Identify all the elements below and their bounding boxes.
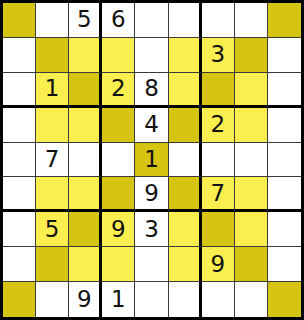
sudoku-cell-r6c9[interactable]	[268, 177, 301, 212]
sudoku-cell-r3c9[interactable]	[268, 73, 301, 108]
sudoku-cell-r7c6[interactable]	[169, 212, 202, 247]
sudoku-cell-r4c8[interactable]	[235, 108, 268, 143]
sudoku-cell-r5c7[interactable]	[202, 143, 235, 178]
sudoku-cell-r4c2[interactable]	[36, 108, 69, 143]
sudoku-cell-r4c7[interactable]: 2	[202, 108, 235, 143]
sudoku-cell-r8c8[interactable]	[235, 247, 268, 282]
sudoku-cell-r5c9[interactable]	[268, 143, 301, 178]
sudoku-cell-r5c6[interactable]	[169, 143, 202, 178]
sudoku-cell-r2c5[interactable]	[135, 38, 168, 73]
sudoku-cell-r6c4[interactable]	[102, 177, 135, 212]
sudoku-cell-r2c2[interactable]	[36, 38, 69, 73]
sudoku-cell-r2c1[interactable]	[3, 38, 36, 73]
sudoku-cell-r6c6[interactable]	[169, 177, 202, 212]
sudoku-cell-r3c7[interactable]	[202, 73, 235, 108]
sudoku-cell-r6c1[interactable]	[3, 177, 36, 212]
sudoku-cell-r1c1[interactable]	[3, 3, 36, 38]
sudoku-cell-r2c9[interactable]	[268, 38, 301, 73]
sudoku-board: 563128427197593991	[0, 0, 304, 320]
sudoku-cell-r9c8[interactable]	[235, 282, 268, 317]
sudoku-cell-r1c5[interactable]	[135, 3, 168, 38]
sudoku-cell-r1c9[interactable]	[268, 3, 301, 38]
sudoku-cell-r7c9[interactable]	[268, 212, 301, 247]
sudoku-cell-r4c3[interactable]	[69, 108, 102, 143]
sudoku-cell-r1c7[interactable]	[202, 3, 235, 38]
sudoku-cell-r9c4[interactable]: 1	[102, 282, 135, 317]
sudoku-cell-r5c1[interactable]	[3, 143, 36, 178]
sudoku-cell-r1c3[interactable]: 5	[69, 3, 102, 38]
sudoku-cell-r7c3[interactable]	[69, 212, 102, 247]
sudoku-cell-r3c2[interactable]: 1	[36, 73, 69, 108]
sudoku-cell-r7c7[interactable]	[202, 212, 235, 247]
sudoku-cell-r5c2[interactable]: 7	[36, 143, 69, 178]
sudoku-cell-r3c4[interactable]: 2	[102, 73, 135, 108]
sudoku-cell-r4c5[interactable]: 4	[135, 108, 168, 143]
sudoku-cell-r2c4[interactable]	[102, 38, 135, 73]
sudoku-cell-r8c2[interactable]	[36, 247, 69, 282]
sudoku-cell-r9c2[interactable]	[36, 282, 69, 317]
sudoku-cell-r3c5[interactable]: 8	[135, 73, 168, 108]
sudoku-cell-r9c6[interactable]	[169, 282, 202, 317]
sudoku-cell-r8c4[interactable]	[102, 247, 135, 282]
sudoku-cell-r6c3[interactable]	[69, 177, 102, 212]
sudoku-cell-r4c9[interactable]	[268, 108, 301, 143]
sudoku-cell-r8c6[interactable]	[169, 247, 202, 282]
sudoku-cell-r4c6[interactable]	[169, 108, 202, 143]
sudoku-cell-r1c8[interactable]	[235, 3, 268, 38]
sudoku-cell-r8c9[interactable]	[268, 247, 301, 282]
sudoku-cell-r1c4[interactable]: 6	[102, 3, 135, 38]
sudoku-cell-r7c1[interactable]	[3, 212, 36, 247]
sudoku-cell-r2c3[interactable]	[69, 38, 102, 73]
sudoku-cell-r2c8[interactable]	[235, 38, 268, 73]
sudoku-cell-r6c8[interactable]	[235, 177, 268, 212]
sudoku-cell-r6c2[interactable]	[36, 177, 69, 212]
sudoku-cell-r5c8[interactable]	[235, 143, 268, 178]
sudoku-cell-r7c2[interactable]: 5	[36, 212, 69, 247]
sudoku-cell-r5c4[interactable]	[102, 143, 135, 178]
sudoku-cell-r2c7[interactable]: 3	[202, 38, 235, 73]
sudoku-cell-r9c1[interactable]	[3, 282, 36, 317]
sudoku-cell-r7c4[interactable]: 9	[102, 212, 135, 247]
sudoku-cell-r7c8[interactable]	[235, 212, 268, 247]
sudoku-cell-r3c6[interactable]	[169, 73, 202, 108]
sudoku-cell-r8c1[interactable]	[3, 247, 36, 282]
sudoku-cell-r6c5[interactable]: 9	[135, 177, 168, 212]
sudoku-cell-r1c6[interactable]	[169, 3, 202, 38]
sudoku-cell-r5c3[interactable]	[69, 143, 102, 178]
sudoku-cell-r9c5[interactable]	[135, 282, 168, 317]
sudoku-cell-r6c7[interactable]: 7	[202, 177, 235, 212]
sudoku-cell-r7c5[interactable]: 3	[135, 212, 168, 247]
sudoku-cell-r5c5[interactable]: 1	[135, 143, 168, 178]
sudoku-cell-r3c1[interactable]	[3, 73, 36, 108]
sudoku-cell-r9c7[interactable]	[202, 282, 235, 317]
sudoku-cell-r8c3[interactable]	[69, 247, 102, 282]
sudoku-cell-r8c5[interactable]	[135, 247, 168, 282]
sudoku-cell-r4c4[interactable]	[102, 108, 135, 143]
sudoku-cell-r1c2[interactable]	[36, 3, 69, 38]
sudoku-cell-r3c3[interactable]	[69, 73, 102, 108]
sudoku-cell-r2c6[interactable]	[169, 38, 202, 73]
sudoku-cell-r8c7[interactable]: 9	[202, 247, 235, 282]
sudoku-cell-r9c9[interactable]	[268, 282, 301, 317]
sudoku-cell-r9c3[interactable]: 9	[69, 282, 102, 317]
sudoku-cell-r4c1[interactable]	[3, 108, 36, 143]
sudoku-cell-r3c8[interactable]	[235, 73, 268, 108]
